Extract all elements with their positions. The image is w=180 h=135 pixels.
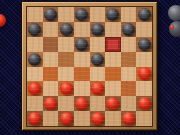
square-r5c5[interactable] [105, 81, 121, 96]
black-piece[interactable] [138, 38, 151, 51]
square-25[interactable] [43, 96, 59, 111]
square-26[interactable] [74, 96, 90, 111]
black-piece[interactable] [60, 23, 73, 36]
square-r3c5[interactable] [105, 52, 121, 67]
square-r3c1[interactable] [43, 52, 59, 67]
game-window [0, 0, 180, 135]
square-r0c6[interactable] [121, 7, 137, 22]
square-r5c1[interactable] [43, 81, 59, 96]
square-3[interactable] [105, 7, 121, 22]
red-piece[interactable] [138, 67, 151, 80]
square-r0c4[interactable] [90, 7, 106, 22]
red-piece[interactable] [91, 82, 104, 95]
square-17[interactable] [43, 67, 59, 82]
black-piece[interactable] [44, 8, 57, 21]
square-30[interactable] [58, 111, 74, 126]
red-piece[interactable] [106, 97, 119, 110]
square-r7c7[interactable] [136, 111, 152, 126]
square-11[interactable] [105, 37, 121, 52]
board-grid [27, 7, 152, 126]
square-32[interactable] [121, 111, 137, 126]
square-18[interactable] [74, 67, 90, 82]
square-29[interactable] [27, 111, 43, 126]
black-piece[interactable] [91, 53, 104, 66]
square-r7c3[interactable] [74, 111, 90, 126]
red-piece[interactable] [28, 112, 41, 125]
square-r2c0[interactable] [27, 37, 43, 52]
red-piece[interactable] [91, 112, 104, 125]
square-r1c3[interactable] [74, 22, 90, 37]
square-6[interactable] [58, 22, 74, 37]
square-27[interactable] [105, 96, 121, 111]
square-19[interactable] [105, 67, 121, 82]
square-r6c4[interactable] [90, 96, 106, 111]
red-piece[interactable] [60, 112, 73, 125]
square-13[interactable] [27, 52, 43, 67]
gray-piece-top [168, 5, 180, 21]
square-10[interactable] [74, 37, 90, 52]
square-4[interactable] [136, 7, 152, 22]
square-14[interactable] [58, 52, 74, 67]
square-7[interactable] [90, 22, 106, 37]
red-dot-icon [170, 25, 174, 29]
square-24[interactable] [121, 81, 137, 96]
black-piece[interactable] [75, 38, 88, 51]
black-piece[interactable] [106, 8, 119, 21]
square-2[interactable] [74, 7, 90, 22]
red-piece[interactable] [28, 82, 41, 95]
square-15[interactable] [90, 52, 106, 67]
square-r2c6[interactable] [121, 37, 137, 52]
checkers-board [21, 1, 158, 131]
square-r3c7[interactable] [136, 52, 152, 67]
square-16[interactable] [121, 52, 137, 67]
square-r6c2[interactable] [58, 96, 74, 111]
red-piece[interactable] [122, 112, 135, 125]
square-20[interactable] [136, 67, 152, 82]
square-r2c2[interactable] [58, 37, 74, 52]
square-12[interactable] [136, 37, 152, 52]
gray-piece-bottom [169, 21, 180, 37]
square-r0c0[interactable] [27, 7, 43, 22]
square-r7c5[interactable] [105, 111, 121, 126]
square-r1c5[interactable] [105, 22, 121, 37]
square-21[interactable] [27, 81, 43, 96]
square-r5c7[interactable] [136, 81, 152, 96]
red-piece[interactable] [75, 97, 88, 110]
black-piece[interactable] [75, 8, 88, 21]
square-r1c1[interactable] [43, 22, 59, 37]
square-28[interactable] [136, 96, 152, 111]
black-piece[interactable] [138, 8, 151, 21]
square-r0c2[interactable] [58, 7, 74, 22]
square-31[interactable] [90, 111, 106, 126]
square-r2c4[interactable] [90, 37, 106, 52]
square-r5c3[interactable] [74, 81, 90, 96]
square-23[interactable] [90, 81, 106, 96]
black-piece[interactable] [91, 23, 104, 36]
square-r6c6[interactable] [121, 96, 137, 111]
square-r7c1[interactable] [43, 111, 59, 126]
square-r4c2[interactable] [58, 67, 74, 82]
square-5[interactable] [27, 22, 43, 37]
square-r6c0[interactable] [27, 96, 43, 111]
offboard-gray-piece-stack [166, 4, 180, 40]
square-r1c7[interactable] [136, 22, 152, 37]
red-piece[interactable] [138, 97, 151, 110]
black-piece[interactable] [28, 53, 41, 66]
square-8[interactable] [121, 22, 137, 37]
square-r4c6[interactable] [121, 67, 137, 82]
black-piece[interactable] [122, 23, 135, 36]
black-piece[interactable] [28, 23, 41, 36]
square-22[interactable] [58, 81, 74, 96]
square-9[interactable] [43, 37, 59, 52]
offboard-red-piece [0, 14, 6, 27]
square-r3c3[interactable] [74, 52, 90, 67]
red-piece[interactable] [44, 97, 57, 110]
square-1[interactable] [43, 7, 59, 22]
square-r4c0[interactable] [27, 67, 43, 82]
square-r4c4[interactable] [90, 67, 106, 82]
red-piece[interactable] [60, 82, 73, 95]
